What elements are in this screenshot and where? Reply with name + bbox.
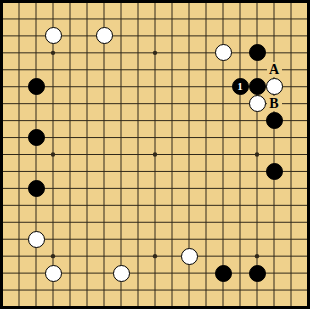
black-stone: [28, 78, 45, 95]
black-stone: [28, 129, 45, 146]
white-stone: [181, 248, 198, 265]
white-stone: [249, 95, 266, 112]
white-stone: [215, 44, 232, 61]
white-stone: [45, 27, 62, 44]
point-label-A: A: [267, 62, 282, 77]
black-stone: [249, 265, 266, 282]
point-label-B: B: [267, 96, 282, 111]
black-stone: [215, 265, 232, 282]
star-point: [51, 152, 55, 156]
white-stone: [28, 231, 45, 248]
black-stone: [28, 180, 45, 197]
black-stone: [266, 163, 283, 180]
star-point: [51, 254, 55, 258]
go-board[interactable]: 1AB: [0, 0, 310, 309]
white-stone: [266, 78, 283, 95]
move-number: 1: [237, 81, 243, 92]
black-stone: [266, 112, 283, 129]
star-point: [255, 152, 259, 156]
star-point: [153, 51, 157, 55]
white-stone: [45, 265, 62, 282]
star-point: [255, 254, 259, 258]
star-point: [153, 152, 157, 156]
white-stone: [96, 27, 113, 44]
star-point: [153, 254, 157, 258]
black-stone: [249, 78, 266, 95]
black-stone: [249, 44, 266, 61]
white-stone: [113, 265, 130, 282]
black-stone: 1: [232, 78, 249, 95]
star-point: [51, 51, 55, 55]
